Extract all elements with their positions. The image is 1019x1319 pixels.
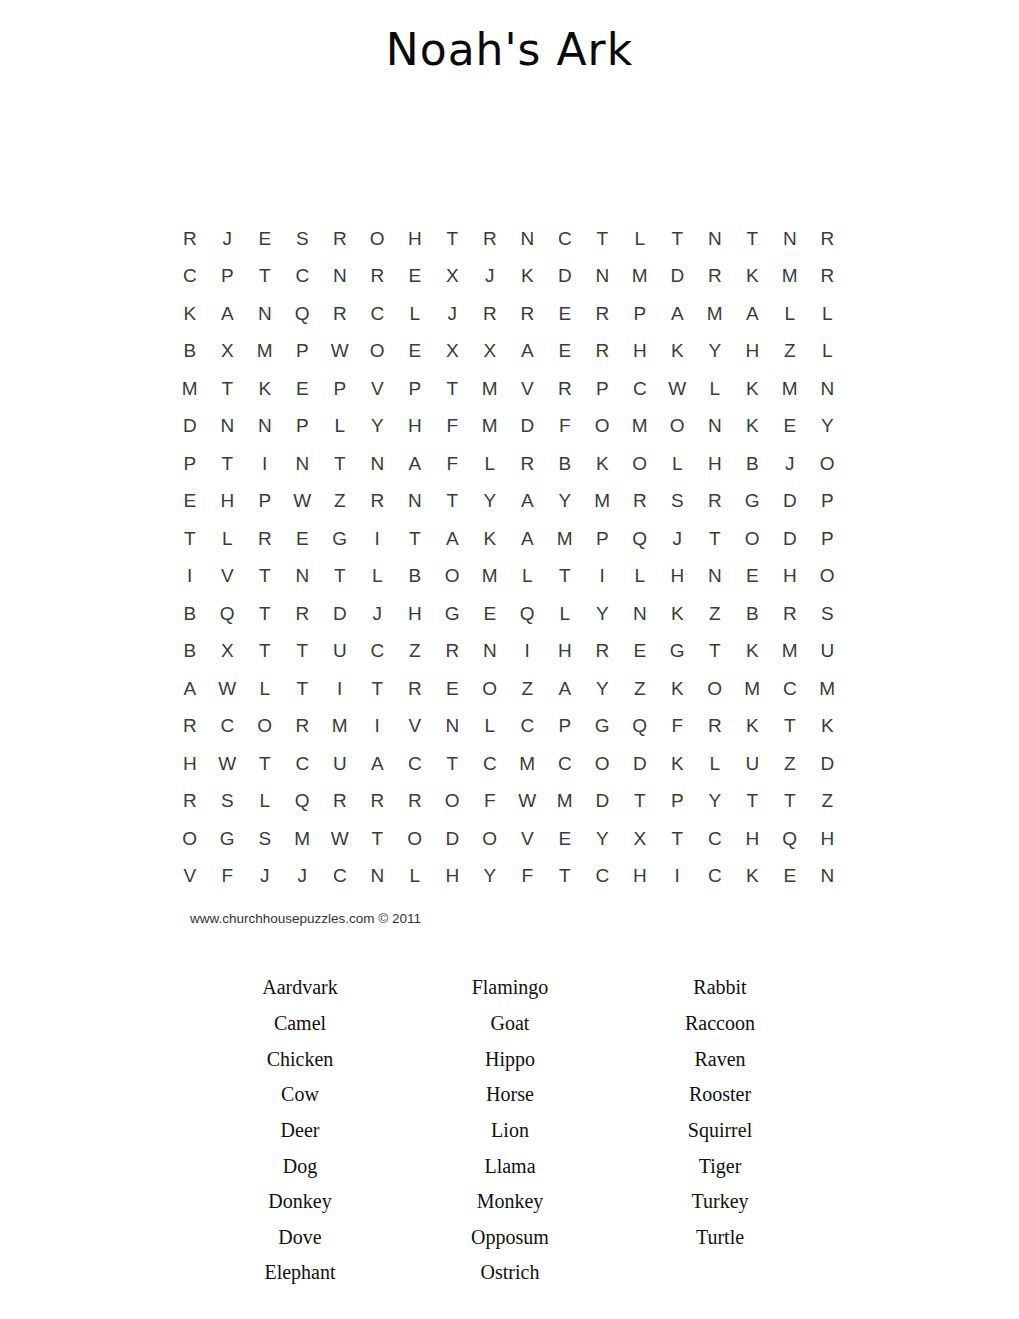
grid-cell: R xyxy=(771,595,809,633)
grid-cell: Q xyxy=(509,595,547,633)
word-item: Turtle xyxy=(620,1219,820,1255)
grid-cell: M xyxy=(621,408,659,446)
grid-cell: P xyxy=(246,483,284,521)
grid-cell: T xyxy=(696,520,734,558)
grid-cell: R xyxy=(546,370,584,408)
grid-cell: O xyxy=(809,445,847,483)
grid-cell: R xyxy=(809,220,847,258)
grid-cell: H xyxy=(396,595,434,633)
grid-cell: R xyxy=(359,783,397,821)
grid-cell: L xyxy=(209,520,247,558)
grid-cell: K xyxy=(734,633,772,671)
grid-cell: O xyxy=(359,333,397,371)
grid-cell: H xyxy=(696,445,734,483)
grid-cell: R xyxy=(434,633,472,671)
grid-cell: A xyxy=(509,333,547,371)
grid-cell: H xyxy=(396,220,434,258)
grid-cell: X xyxy=(621,820,659,858)
grid-cell: R xyxy=(284,595,322,633)
grid-cell: M xyxy=(809,670,847,708)
grid-cell: W xyxy=(209,745,247,783)
word-item: Squirrel xyxy=(620,1113,820,1149)
grid-cell: M xyxy=(771,633,809,671)
grid-cell: J xyxy=(471,258,509,296)
grid-cell: A xyxy=(209,295,247,333)
grid-cell: O xyxy=(734,520,772,558)
grid-cell: K xyxy=(734,258,772,296)
grid-cell: Q xyxy=(284,783,322,821)
grid-cell: C xyxy=(621,370,659,408)
grid-cell: E xyxy=(284,370,322,408)
grid-cell: N xyxy=(696,220,734,258)
grid-cell: W xyxy=(659,370,697,408)
grid-cell: A xyxy=(509,483,547,521)
grid-cell: M xyxy=(734,670,772,708)
grid-cell: T xyxy=(771,783,809,821)
grid-cell: F xyxy=(659,708,697,746)
grid-cell: K xyxy=(734,858,772,896)
grid-cell: F xyxy=(209,858,247,896)
grid-cell: T xyxy=(584,220,622,258)
grid-cell: J xyxy=(434,295,472,333)
grid-cell: I xyxy=(246,445,284,483)
grid-cell: A xyxy=(359,745,397,783)
grid-cell: Z xyxy=(396,633,434,671)
grid-cell: D xyxy=(809,745,847,783)
grid-cell: G xyxy=(321,520,359,558)
grid-cell: T xyxy=(734,220,772,258)
grid-cell: M xyxy=(771,258,809,296)
grid-cell: H xyxy=(734,333,772,371)
grid-cell: R xyxy=(246,520,284,558)
grid-cell: C xyxy=(209,708,247,746)
grid-cell: E xyxy=(734,558,772,596)
grid-cell: L xyxy=(771,295,809,333)
grid-cell: R xyxy=(696,483,734,521)
grid-cell: C xyxy=(284,258,322,296)
word-item: Flamingo xyxy=(410,970,610,1006)
grid-cell: M xyxy=(771,370,809,408)
grid-cell: E xyxy=(171,483,209,521)
grid-cell: D xyxy=(546,258,584,296)
grid-cell: D xyxy=(434,820,472,858)
grid-cell: V xyxy=(171,858,209,896)
grid-cell: R xyxy=(321,220,359,258)
grid-cell: S xyxy=(659,483,697,521)
grid-cell: H xyxy=(546,633,584,671)
grid-cell: J xyxy=(359,595,397,633)
word-item: Elephant xyxy=(200,1255,400,1291)
word-item: Ostrich xyxy=(410,1255,610,1291)
grid-cell: N xyxy=(471,633,509,671)
grid-cell: T xyxy=(771,708,809,746)
grid-cell: N xyxy=(359,445,397,483)
grid-cell: A xyxy=(509,520,547,558)
grid-cell: Q xyxy=(771,820,809,858)
grid-cell: M xyxy=(321,708,359,746)
grid-cell: K xyxy=(659,745,697,783)
grid-cell: R xyxy=(171,220,209,258)
grid-cell: A xyxy=(546,670,584,708)
grid-cell: B xyxy=(171,595,209,633)
grid-cell: Z xyxy=(621,670,659,708)
grid-cell: T xyxy=(696,633,734,671)
grid-cell: S xyxy=(284,220,322,258)
grid-cell: K xyxy=(659,333,697,371)
grid-cell: T xyxy=(246,633,284,671)
grid-cell: M xyxy=(546,783,584,821)
grid-cell: E xyxy=(546,333,584,371)
grid-cell: N xyxy=(809,858,847,896)
grid-cell: R xyxy=(321,295,359,333)
grid-cell: O xyxy=(434,783,472,821)
grid-cell: N xyxy=(284,445,322,483)
grid-cell: P xyxy=(809,520,847,558)
grid-cell: T xyxy=(434,220,472,258)
grid-cell: T xyxy=(171,520,209,558)
grid-cell: R xyxy=(171,708,209,746)
grid-cell: U xyxy=(321,633,359,671)
word-item: Hippo xyxy=(410,1041,610,1077)
grid-cell: O xyxy=(434,558,472,596)
grid-cell: X xyxy=(434,333,472,371)
grid-cell: L xyxy=(359,558,397,596)
grid-cell: P xyxy=(809,483,847,521)
grid-cell: I xyxy=(359,520,397,558)
grid-cell: E xyxy=(546,820,584,858)
grid-cell: H xyxy=(434,858,472,896)
grid-cell: C xyxy=(321,858,359,896)
grid-cell: N xyxy=(509,220,547,258)
grid-cell: R xyxy=(359,258,397,296)
grid-cell: R xyxy=(471,295,509,333)
word-item: Cow xyxy=(200,1077,400,1113)
grid-cell: Z xyxy=(509,670,547,708)
grid-cell: B xyxy=(171,633,209,671)
word-item: Raven xyxy=(620,1041,820,1077)
grid-cell: P xyxy=(284,408,322,446)
grid-cell: R xyxy=(584,633,622,671)
grid-cell: Y xyxy=(809,408,847,446)
grid-cell: T xyxy=(284,670,322,708)
grid-cell: U xyxy=(734,745,772,783)
word-list-column-1: AardvarkCamelChickenCowDeerDogDonkeyDove… xyxy=(200,970,400,1291)
grid-cell: N xyxy=(771,220,809,258)
grid-cell: D xyxy=(584,783,622,821)
grid-cell: Y xyxy=(471,483,509,521)
grid-cell: H xyxy=(171,745,209,783)
grid-cell: Q xyxy=(209,595,247,633)
grid-cell: R xyxy=(471,220,509,258)
word-search-grid: RJESROHTRNCTLTNTNRCPTCNREXJKDNMDRKMRKANQ… xyxy=(171,220,846,895)
grid-cell: T xyxy=(359,820,397,858)
grid-cell: O xyxy=(621,445,659,483)
word-item: Dog xyxy=(200,1148,400,1184)
grid-cell: L xyxy=(546,595,584,633)
grid-cell: Z xyxy=(771,745,809,783)
grid-cell: R xyxy=(509,445,547,483)
grid-cell: L xyxy=(809,333,847,371)
grid-cell: R xyxy=(621,483,659,521)
grid-cell: D xyxy=(321,595,359,633)
grid-cell: R xyxy=(696,708,734,746)
grid-cell: H xyxy=(771,558,809,596)
grid-cell: C xyxy=(509,708,547,746)
grid-cell: E xyxy=(471,595,509,633)
grid-cell: L xyxy=(509,558,547,596)
grid-cell: D xyxy=(621,745,659,783)
grid-cell: P xyxy=(321,370,359,408)
grid-cell: T xyxy=(659,220,697,258)
grid-cell: A xyxy=(434,520,472,558)
grid-cell: I xyxy=(321,670,359,708)
grid-cell: I xyxy=(659,858,697,896)
grid-cell: N xyxy=(321,258,359,296)
grid-cell: P xyxy=(209,258,247,296)
grid-cell: W xyxy=(509,783,547,821)
grid-cell: T xyxy=(246,595,284,633)
grid-cell: M xyxy=(284,820,322,858)
word-item: Goat xyxy=(410,1006,610,1042)
grid-cell: P xyxy=(546,708,584,746)
grid-cell: A xyxy=(396,445,434,483)
grid-cell: C xyxy=(171,258,209,296)
grid-cell: R xyxy=(171,783,209,821)
grid-cell: Q xyxy=(621,520,659,558)
grid-cell: T xyxy=(209,445,247,483)
grid-cell: W xyxy=(284,483,322,521)
grid-cell: O xyxy=(359,220,397,258)
grid-cell: T xyxy=(246,558,284,596)
grid-cell: H xyxy=(734,820,772,858)
grid-cell: S xyxy=(209,783,247,821)
grid-cell: W xyxy=(321,820,359,858)
grid-cell: K xyxy=(471,520,509,558)
grid-cell: Y xyxy=(471,858,509,896)
grid-cell: L xyxy=(321,408,359,446)
grid-cell: R xyxy=(809,258,847,296)
grid-cell: C xyxy=(584,858,622,896)
grid-cell: O xyxy=(659,408,697,446)
grid-cell: D xyxy=(659,258,697,296)
grid-cell: P xyxy=(396,370,434,408)
grid-cell: T xyxy=(284,633,322,671)
grid-cell: H xyxy=(659,558,697,596)
grid-cell: Z xyxy=(696,595,734,633)
grid-cell: M xyxy=(509,745,547,783)
grid-cell: T xyxy=(546,858,584,896)
grid-cell: X xyxy=(471,333,509,371)
grid-cell: P xyxy=(584,370,622,408)
grid-cell: N xyxy=(396,483,434,521)
grid-cell: X xyxy=(209,633,247,671)
grid-cell: P xyxy=(284,333,322,371)
word-item: Tiger xyxy=(620,1148,820,1184)
grid-cell: K xyxy=(734,408,772,446)
grid-cell: T xyxy=(434,483,472,521)
grid-cell: G xyxy=(434,595,472,633)
grid-cell: Q xyxy=(284,295,322,333)
grid-cell: L xyxy=(621,558,659,596)
grid-cell: C xyxy=(546,220,584,258)
grid-cell: C xyxy=(471,745,509,783)
grid-cell: N xyxy=(284,558,322,596)
grid-cell: D xyxy=(771,520,809,558)
grid-cell: N xyxy=(246,295,284,333)
grid-cell: Q xyxy=(621,708,659,746)
grid-cell: C xyxy=(696,820,734,858)
grid-cell: B xyxy=(734,445,772,483)
grid-cell: N xyxy=(809,370,847,408)
grid-cell: E xyxy=(246,220,284,258)
grid-cell: U xyxy=(321,745,359,783)
grid-cell: R xyxy=(584,333,622,371)
grid-cell: J xyxy=(659,520,697,558)
word-item: Turkey xyxy=(620,1184,820,1220)
grid-cell: J xyxy=(771,445,809,483)
grid-cell: O xyxy=(584,408,622,446)
grid-cell: M xyxy=(246,333,284,371)
grid-cell: C xyxy=(284,745,322,783)
grid-cell: B xyxy=(734,595,772,633)
grid-cell: T xyxy=(359,670,397,708)
grid-cell: G xyxy=(209,820,247,858)
word-item: Chicken xyxy=(200,1041,400,1077)
grid-cell: J xyxy=(209,220,247,258)
grid-cell: N xyxy=(246,408,284,446)
word-item: Rabbit xyxy=(620,970,820,1006)
grid-cell: L xyxy=(809,295,847,333)
grid-cell: M xyxy=(584,483,622,521)
word-item: Aardvark xyxy=(200,970,400,1006)
grid-cell: L xyxy=(471,708,509,746)
grid-cell: V xyxy=(396,708,434,746)
grid-cell: N xyxy=(696,558,734,596)
grid-cell: S xyxy=(246,820,284,858)
grid-cell: P xyxy=(171,445,209,483)
grid-cell: L xyxy=(471,445,509,483)
grid-cell: L xyxy=(246,670,284,708)
grid-cell: K xyxy=(734,708,772,746)
grid-cell: O xyxy=(584,745,622,783)
grid-cell: T xyxy=(659,820,697,858)
grid-cell: E xyxy=(396,258,434,296)
grid-cell: J xyxy=(284,858,322,896)
grid-cell: T xyxy=(734,783,772,821)
grid-cell: E xyxy=(771,858,809,896)
grid-cell: Y xyxy=(584,820,622,858)
grid-cell: Z xyxy=(809,783,847,821)
grid-cell: N xyxy=(209,408,247,446)
grid-cell: I xyxy=(171,558,209,596)
grid-cell: R xyxy=(321,783,359,821)
grid-cell: T xyxy=(246,745,284,783)
grid-cell: L xyxy=(246,783,284,821)
grid-cell: O xyxy=(696,670,734,708)
grid-cell: D xyxy=(509,408,547,446)
grid-cell: F xyxy=(546,408,584,446)
grid-cell: H xyxy=(621,333,659,371)
grid-cell: C xyxy=(396,745,434,783)
grid-cell: Y xyxy=(696,783,734,821)
word-list-column-3: RabbitRaccoonRavenRoosterSquirrelTigerTu… xyxy=(620,970,820,1255)
grid-cell: T xyxy=(321,558,359,596)
puzzle-title: Noah's Ark xyxy=(0,24,1019,75)
grid-cell: T xyxy=(209,370,247,408)
grid-cell: L xyxy=(621,220,659,258)
grid-cell: V xyxy=(509,370,547,408)
grid-cell: Y xyxy=(584,670,622,708)
grid-cell: T xyxy=(396,520,434,558)
grid-cell: T xyxy=(434,745,472,783)
word-item: Rooster xyxy=(620,1077,820,1113)
grid-cell: Z xyxy=(321,483,359,521)
word-item: Horse xyxy=(410,1077,610,1113)
grid-cell: C xyxy=(696,858,734,896)
word-item: Lion xyxy=(410,1113,610,1149)
grid-cell: E xyxy=(771,408,809,446)
grid-cell: E xyxy=(434,670,472,708)
grid-cell: L xyxy=(696,745,734,783)
grid-cell: B xyxy=(171,333,209,371)
grid-cell: M xyxy=(171,370,209,408)
grid-cell: B xyxy=(396,558,434,596)
copyright-text: www.churchhousepuzzles.com © 2011 xyxy=(190,911,421,926)
grid-cell: F xyxy=(434,408,472,446)
grid-cell: R xyxy=(396,783,434,821)
word-item: Llama xyxy=(410,1148,610,1184)
grid-cell: K xyxy=(171,295,209,333)
grid-cell: A xyxy=(171,670,209,708)
grid-cell: P xyxy=(584,520,622,558)
grid-cell: T xyxy=(321,445,359,483)
grid-cell: F xyxy=(434,445,472,483)
grid-cell: I xyxy=(584,558,622,596)
grid-cell: S xyxy=(809,595,847,633)
grid-cell: C xyxy=(771,670,809,708)
grid-cell: N xyxy=(696,408,734,446)
grid-cell: N xyxy=(434,708,472,746)
grid-cell: D xyxy=(771,483,809,521)
grid-cell: C xyxy=(359,295,397,333)
grid-cell: K xyxy=(809,708,847,746)
grid-cell: R xyxy=(509,295,547,333)
grid-cell: C xyxy=(546,745,584,783)
grid-cell: H xyxy=(809,820,847,858)
grid-cell: B xyxy=(546,445,584,483)
grid-cell: T xyxy=(246,258,284,296)
word-item: Deer xyxy=(200,1113,400,1149)
grid-cell: R xyxy=(696,258,734,296)
grid-cell: E xyxy=(396,333,434,371)
grid-cell: D xyxy=(171,408,209,446)
grid-cell: E xyxy=(284,520,322,558)
puzzle-page: Noah's Ark RJESROHTRNCTLTNTNRCPTCNREXJKD… xyxy=(0,0,1019,1319)
grid-cell: O xyxy=(809,558,847,596)
grid-cell: N xyxy=(584,258,622,296)
grid-cell: H xyxy=(621,858,659,896)
grid-cell: T xyxy=(434,370,472,408)
grid-cell: N xyxy=(621,595,659,633)
grid-cell: L xyxy=(696,370,734,408)
grid-cell: G xyxy=(659,633,697,671)
grid-cell: K xyxy=(734,370,772,408)
grid-cell: H xyxy=(209,483,247,521)
grid-cell: Y xyxy=(584,595,622,633)
grid-cell: M xyxy=(546,520,584,558)
grid-cell: K xyxy=(659,595,697,633)
word-item: Donkey xyxy=(200,1184,400,1220)
